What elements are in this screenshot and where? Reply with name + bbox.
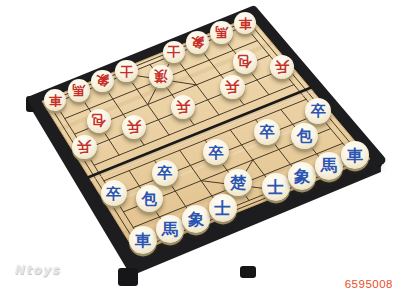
piece-character: 兵: [176, 99, 190, 113]
piece-red-elephant: 象: [186, 31, 209, 54]
product-code: 6595008: [345, 278, 393, 290]
piece-character: 車: [239, 16, 252, 29]
piece-character: 兵: [77, 139, 91, 153]
piece-character: 車: [49, 93, 62, 106]
piece-character: 車: [347, 147, 363, 163]
piece-character: 兵: [275, 59, 289, 73]
piece-blue-general: 楚: [224, 169, 251, 196]
piece-character: 士: [267, 179, 283, 195]
piece-character: 象: [96, 74, 109, 87]
piece-blue-soldier: 卒: [101, 180, 127, 206]
piece-character: 象: [191, 35, 204, 48]
piece-red-chariot: 車: [234, 12, 257, 35]
piece-character: 卒: [208, 145, 223, 160]
piece-blue-soldier: 卒: [254, 119, 280, 145]
product-photo: 車馬象士士象馬車漢包包兵兵兵兵兵卒卒卒卒卒包包楚車馬象士士象馬車 Ntoys 6…: [0, 0, 400, 300]
piece-blue-advisor: 士: [209, 194, 237, 222]
piece-red-soldier: 兵: [270, 55, 294, 79]
piece-character: 馬: [161, 222, 177, 238]
piece-character: 漢: [154, 69, 167, 82]
watermark: Ntoys: [14, 263, 61, 277]
piece-character: 兵: [127, 119, 141, 133]
piece-red-elephant: 象: [91, 70, 114, 93]
piece-character: 馬: [72, 83, 85, 96]
piece-character: 馬: [215, 26, 228, 39]
piece-blue-chariot: 車: [129, 226, 157, 254]
piece-character: 楚: [230, 175, 246, 191]
piece-red-cannon: 包: [87, 109, 111, 133]
piece-character: 卒: [106, 186, 121, 201]
piece-blue-advisor: 士: [262, 173, 290, 201]
piece-character: 卒: [311, 104, 326, 119]
piece-blue-cannon: 包: [136, 185, 163, 212]
piece-red-horse: 馬: [68, 79, 91, 102]
piece-character: 馬: [320, 158, 336, 174]
piece-character: 兵: [225, 79, 239, 93]
piece-red-horse: 馬: [210, 21, 233, 44]
piece-character: 包: [92, 114, 106, 128]
piece-character: 士: [120, 64, 133, 77]
piece-character: 包: [238, 55, 252, 69]
piece-blue-elephant: 象: [182, 205, 210, 233]
piece-red-soldier: 兵: [122, 115, 146, 139]
piece-blue-soldier: 卒: [305, 98, 331, 124]
piece-layer: 車馬象士士象馬車漢包包兵兵兵兵兵卒卒卒卒卒包包楚車馬象士士象馬車: [0, 0, 400, 300]
piece-character: 象: [188, 211, 204, 227]
piece-character: 包: [142, 191, 158, 207]
piece-character: 象: [294, 169, 310, 185]
piece-blue-cannon: 包: [291, 123, 318, 150]
piece-character: 車: [135, 232, 151, 248]
piece-character: 卒: [260, 125, 275, 140]
piece-character: 士: [167, 45, 180, 58]
piece-blue-soldier: 卒: [152, 160, 178, 186]
piece-red-chariot: 車: [44, 89, 67, 112]
piece-character: 士: [214, 200, 230, 216]
piece-red-soldier: 兵: [171, 95, 195, 119]
piece-blue-chariot: 車: [341, 141, 369, 169]
piece-blue-horse: 馬: [315, 152, 343, 180]
piece-blue-horse: 馬: [156, 215, 184, 243]
piece-blue-soldier: 卒: [203, 139, 229, 165]
piece-red-advisor: 士: [115, 60, 138, 83]
piece-red-advisor: 士: [163, 41, 186, 64]
piece-red-general: 漢: [149, 65, 172, 88]
piece-character: 卒: [157, 166, 172, 181]
piece-red-soldier: 兵: [220, 75, 244, 99]
piece-character: 包: [297, 129, 313, 145]
piece-blue-elephant: 象: [288, 162, 316, 190]
piece-red-soldier: 兵: [72, 135, 96, 159]
piece-red-cannon: 包: [233, 50, 257, 74]
